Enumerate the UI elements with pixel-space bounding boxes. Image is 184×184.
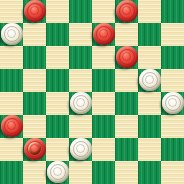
- square-r2c6: [115, 23, 138, 46]
- square-r1c8[interactable]: [161, 0, 184, 23]
- red-man[interactable]: [1, 115, 23, 137]
- piece-groove-inner: [76, 144, 85, 153]
- white-man[interactable]: [70, 138, 92, 160]
- square-r2c8: [161, 23, 184, 46]
- square-r3c3: [46, 46, 69, 69]
- square-r5c8[interactable]: [161, 92, 184, 115]
- square-r4c3[interactable]: [46, 69, 69, 92]
- square-r4c2: [23, 69, 46, 92]
- square-r3c1: [0, 46, 23, 69]
- square-r6c6: [115, 115, 138, 138]
- square-r6c2: [23, 115, 46, 138]
- square-r8c1[interactable]: [0, 161, 23, 184]
- square-r2c5[interactable]: [92, 23, 115, 46]
- square-r3c5: [92, 46, 115, 69]
- square-r1c4[interactable]: [69, 0, 92, 23]
- square-r4c4: [69, 69, 92, 92]
- square-r1c6[interactable]: [115, 0, 138, 23]
- square-r6c5[interactable]: [92, 115, 115, 138]
- square-r1c5: [92, 0, 115, 23]
- square-r3c2[interactable]: [23, 46, 46, 69]
- square-r5c2[interactable]: [23, 92, 46, 115]
- square-r2c7[interactable]: [138, 23, 161, 46]
- square-r7c2[interactable]: [23, 138, 46, 161]
- square-r7c1: [0, 138, 23, 161]
- square-r8c6: [115, 161, 138, 184]
- square-r1c2[interactable]: [23, 0, 46, 23]
- square-r2c4: [69, 23, 92, 46]
- square-r2c1[interactable]: [0, 23, 23, 46]
- piece-groove-inner: [7, 29, 16, 38]
- square-r8c4: [69, 161, 92, 184]
- square-r6c3[interactable]: [46, 115, 69, 138]
- square-r4c1[interactable]: [0, 69, 23, 92]
- red-man[interactable]: [93, 23, 115, 45]
- piece-groove-inner: [145, 75, 154, 84]
- square-r7c8[interactable]: [161, 138, 184, 161]
- square-r1c7: [138, 0, 161, 23]
- square-r5c6[interactable]: [115, 92, 138, 115]
- square-r6c4: [69, 115, 92, 138]
- square-r7c3: [46, 138, 69, 161]
- white-man[interactable]: [162, 92, 184, 114]
- square-r8c7[interactable]: [138, 161, 161, 184]
- square-r5c3: [46, 92, 69, 115]
- square-r2c2: [23, 23, 46, 46]
- red-man[interactable]: [116, 0, 138, 22]
- piece-groove-inner: [30, 6, 39, 15]
- piece-groove-inner: [99, 29, 108, 38]
- square-r6c8: [161, 115, 184, 138]
- square-r7c7: [138, 138, 161, 161]
- square-r5c1: [0, 92, 23, 115]
- white-man[interactable]: [1, 23, 23, 45]
- square-r8c2: [23, 161, 46, 184]
- square-r1c1: [0, 0, 23, 23]
- square-r3c6[interactable]: [115, 46, 138, 69]
- red-man[interactable]: [116, 46, 138, 68]
- white-man[interactable]: [139, 69, 161, 91]
- piece-groove-inner: [7, 121, 16, 130]
- square-r4c8: [161, 69, 184, 92]
- king-crown-ball: [28, 142, 41, 155]
- checkers-board: [0, 0, 184, 184]
- square-r6c1[interactable]: [0, 115, 23, 138]
- square-r8c5[interactable]: [92, 161, 115, 184]
- square-r7c5: [92, 138, 115, 161]
- square-r8c3[interactable]: [46, 161, 69, 184]
- red-man[interactable]: [24, 0, 46, 22]
- square-r5c5: [92, 92, 115, 115]
- white-man[interactable]: [47, 161, 69, 183]
- piece-groove-inner: [122, 52, 131, 61]
- white-man[interactable]: [70, 92, 92, 114]
- piece-groove-inner: [53, 167, 62, 176]
- square-r6c7[interactable]: [138, 115, 161, 138]
- square-r7c6[interactable]: [115, 138, 138, 161]
- square-r3c7: [138, 46, 161, 69]
- square-r2c3[interactable]: [46, 23, 69, 46]
- piece-groove-inner: [168, 98, 177, 107]
- piece-groove-inner: [122, 6, 131, 15]
- red-king[interactable]: [24, 138, 46, 160]
- square-r7c4[interactable]: [69, 138, 92, 161]
- square-r3c8[interactable]: [161, 46, 184, 69]
- square-r5c4[interactable]: [69, 92, 92, 115]
- square-r4c7[interactable]: [138, 69, 161, 92]
- square-r4c6: [115, 69, 138, 92]
- square-r1c3: [46, 0, 69, 23]
- square-r5c7: [138, 92, 161, 115]
- piece-groove-inner: [76, 98, 85, 107]
- square-r4c5[interactable]: [92, 69, 115, 92]
- square-r8c8: [161, 161, 184, 184]
- square-r3c4[interactable]: [69, 46, 92, 69]
